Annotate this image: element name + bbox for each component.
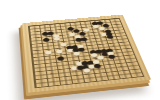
star-point bbox=[47, 52, 49, 53]
black-stone: ● bbox=[43, 39, 50, 40]
black-stone: ● bbox=[80, 39, 87, 40]
black-stone: ● bbox=[57, 57, 64, 58]
black-stone: ● bbox=[75, 39, 82, 40]
black-stone: ● bbox=[95, 50, 102, 51]
white-stone: ● bbox=[73, 52, 80, 53]
black-stone: ● bbox=[66, 46, 73, 47]
black-stone: ● bbox=[76, 66, 83, 67]
white-stone: ● bbox=[77, 45, 84, 46]
star-point bbox=[80, 48, 82, 49]
black-stone: ● bbox=[104, 30, 111, 31]
white-stone: ● bbox=[60, 44, 67, 45]
board-grid: ●●●●●●●●●●●●●●●●●●●●●●●●●●●●●●●●●●●●●●●●… bbox=[27, 18, 143, 88]
white-stone: ● bbox=[83, 29, 90, 30]
star-point bbox=[112, 45, 114, 46]
white-stone: ● bbox=[100, 34, 107, 35]
black-stone: ● bbox=[47, 33, 54, 34]
black-stone: ● bbox=[82, 66, 89, 67]
black-stone: ● bbox=[79, 33, 86, 34]
black-stone: ● bbox=[71, 46, 78, 47]
white-stone: ● bbox=[75, 63, 82, 64]
black-stone: ● bbox=[96, 22, 102, 23]
white-stone: ● bbox=[53, 38, 60, 39]
board-scene: ●●●●●●●●●●●●●●●●●●●●●●●●●●●●●●●●●●●●●●●●… bbox=[22, 15, 151, 93]
star-point bbox=[75, 30, 77, 31]
white-stone: ● bbox=[53, 35, 60, 36]
white-stone: ● bbox=[98, 28, 105, 29]
white-stone: ● bbox=[88, 65, 95, 66]
black-stone: ● bbox=[87, 62, 94, 63]
star-point bbox=[51, 73, 53, 74]
black-stone: ● bbox=[93, 65, 100, 66]
black-stone: ● bbox=[101, 53, 108, 54]
white-stone: ● bbox=[92, 61, 99, 62]
go-board-photo[interactable]: ●●●●●●●●●●●●●●●●●●●●●●●●●●●●●●●●●●●●●●●●… bbox=[0, 0, 160, 100]
black-stone: ● bbox=[72, 49, 79, 50]
black-stone: ● bbox=[108, 56, 115, 57]
black-stone: ● bbox=[105, 33, 112, 34]
black-stone: ● bbox=[100, 50, 107, 51]
white-stone: ● bbox=[107, 53, 114, 54]
black-stone: ● bbox=[67, 28, 74, 29]
black-stone: ● bbox=[106, 36, 113, 37]
star-point bbox=[106, 27, 108, 28]
go-board: ●●●●●●●●●●●●●●●●●●●●●●●●●●●●●●●●●●●●●●●●… bbox=[22, 15, 151, 93]
white-stone: ● bbox=[68, 34, 75, 35]
white-stone: ● bbox=[92, 26, 99, 27]
white-stone: ● bbox=[70, 67, 77, 68]
white-stone: ● bbox=[56, 51, 63, 52]
star-point bbox=[86, 69, 88, 70]
white-stone: ● bbox=[90, 54, 97, 55]
black-stone: ● bbox=[91, 23, 97, 24]
star-point bbox=[120, 66, 122, 67]
white-stone: ● bbox=[97, 57, 104, 58]
star-point bbox=[44, 33, 46, 34]
black-stone: ● bbox=[106, 49, 113, 50]
white-stone: ● bbox=[74, 36, 81, 37]
black-stone: ● bbox=[89, 51, 96, 52]
black-stone: ● bbox=[102, 25, 108, 26]
black-stone: ● bbox=[81, 62, 88, 63]
white-stone: ● bbox=[67, 50, 74, 51]
